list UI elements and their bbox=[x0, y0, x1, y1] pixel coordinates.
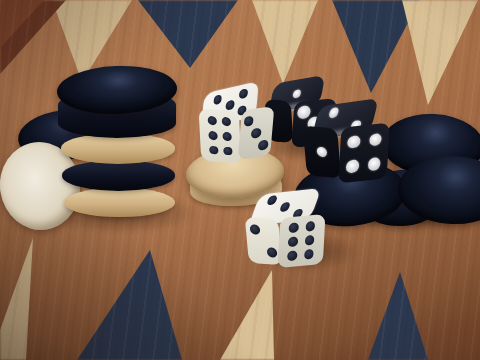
die-pip bbox=[266, 247, 277, 258]
die-pip bbox=[223, 132, 232, 141]
die-pip bbox=[347, 135, 360, 149]
die-pip bbox=[213, 94, 222, 105]
die-pip bbox=[207, 116, 216, 125]
die-pip bbox=[239, 88, 248, 99]
die-pip bbox=[266, 195, 278, 205]
die-pip bbox=[243, 116, 254, 127]
stack-cream-bottom bbox=[64, 188, 175, 217]
die-pip bbox=[223, 146, 232, 155]
die-pip bbox=[209, 145, 218, 154]
die-pip bbox=[346, 160, 359, 174]
board-top-point-3-cream bbox=[250, 0, 320, 86]
board-top-point-2-navy bbox=[136, 0, 240, 70]
die-pip bbox=[258, 140, 269, 151]
die-pip bbox=[208, 131, 217, 140]
board-bottom-point-4-navy bbox=[362, 266, 434, 360]
white-die-front bbox=[244, 186, 328, 270]
black-die-front-fl-face bbox=[303, 126, 342, 179]
white-die-left bbox=[196, 86, 276, 170]
white-die-front-fl-face bbox=[245, 217, 282, 265]
white-die-front-fr-face bbox=[278, 214, 326, 268]
die-pip bbox=[251, 128, 262, 139]
die-pip bbox=[225, 99, 234, 110]
die-pip bbox=[369, 133, 382, 147]
board-top-point-5-cream bbox=[400, 0, 480, 107]
die-pip bbox=[328, 107, 340, 118]
die-pip bbox=[316, 146, 327, 157]
board-bottom-point-3-cream bbox=[215, 262, 277, 360]
white-die-left-fr-face bbox=[238, 106, 275, 160]
white-die-left-fl-face bbox=[199, 109, 242, 164]
board-bottom-point-2-navy bbox=[70, 244, 190, 360]
backgammon-board-photo bbox=[0, 0, 480, 360]
die-pip bbox=[287, 250, 297, 261]
die-pip bbox=[367, 157, 380, 171]
die-pip bbox=[250, 224, 261, 235]
die-pip bbox=[288, 236, 298, 247]
die-pip bbox=[279, 202, 291, 212]
die-pip bbox=[222, 117, 231, 126]
black-die-front-fr-face bbox=[338, 122, 389, 183]
die-pip bbox=[305, 221, 315, 232]
die-pip bbox=[304, 249, 314, 260]
stack-black-third bbox=[62, 160, 175, 191]
die-pip bbox=[304, 235, 314, 246]
board-bottom-point-1-cream bbox=[0, 230, 52, 360]
die-pip bbox=[289, 222, 299, 233]
black-die-front bbox=[303, 101, 391, 189]
die-pip bbox=[292, 89, 302, 99]
